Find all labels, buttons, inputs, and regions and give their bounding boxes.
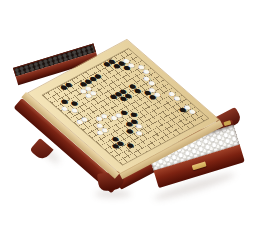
star-point — [97, 82, 99, 84]
brass-bracket — [223, 120, 231, 126]
cell-19-19[interactable] — [205, 117, 212, 122]
star-point — [68, 98, 70, 100]
drawer-handle-icon — [192, 161, 207, 170]
go-board-set-photo: ●●●●●●●●●●●●●●●●●●●●●●●●●●●●●●●●●●●●●●●●… — [0, 0, 260, 240]
star-point — [127, 109, 129, 111]
